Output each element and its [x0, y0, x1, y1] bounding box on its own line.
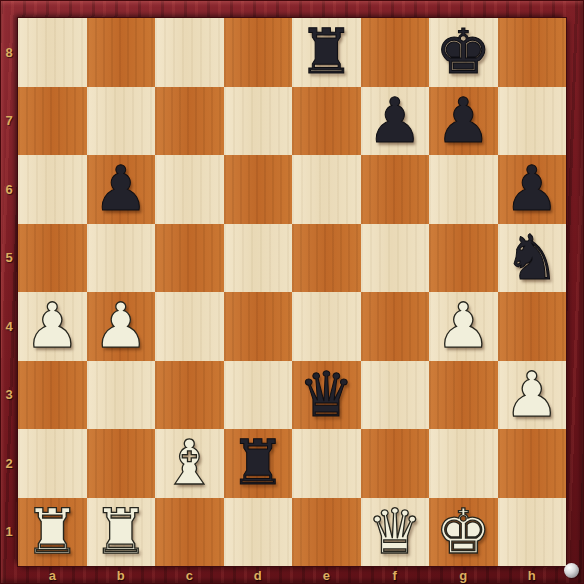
- square-f3[interactable]: [361, 361, 430, 430]
- square-e1[interactable]: [292, 498, 361, 567]
- rank-label-4: 4: [0, 292, 18, 361]
- piece-white-king[interactable]: ♚: [435, 498, 491, 566]
- file-label-c: c: [155, 566, 224, 584]
- square-c6[interactable]: [155, 155, 224, 224]
- piece-black-pawn[interactable]: ♟: [504, 155, 560, 223]
- square-f8[interactable]: [361, 18, 430, 87]
- square-h1[interactable]: [498, 498, 567, 567]
- piece-black-knight[interactable]: ♞: [504, 224, 560, 292]
- piece-black-queen[interactable]: ♛: [298, 361, 354, 429]
- file-label-g: g: [429, 566, 498, 584]
- square-a4[interactable]: ♟: [18, 292, 87, 361]
- square-d8[interactable]: [224, 18, 293, 87]
- square-d1[interactable]: [224, 498, 293, 567]
- square-e5[interactable]: [292, 224, 361, 293]
- rank-label-1: 1: [0, 498, 18, 567]
- rank-label-5: 5: [0, 224, 18, 293]
- square-f5[interactable]: [361, 224, 430, 293]
- square-f2[interactable]: [361, 429, 430, 498]
- square-c3[interactable]: [155, 361, 224, 430]
- piece-black-pawn[interactable]: ♟: [93, 155, 149, 223]
- square-c8[interactable]: [155, 18, 224, 87]
- piece-black-pawn[interactable]: ♟: [367, 87, 423, 155]
- square-g6[interactable]: [429, 155, 498, 224]
- square-h2[interactable]: [498, 429, 567, 498]
- file-label-d: d: [224, 566, 293, 584]
- square-g4[interactable]: ♟: [429, 292, 498, 361]
- square-e2[interactable]: [292, 429, 361, 498]
- square-b1[interactable]: ♜: [87, 498, 156, 567]
- file-label-h: h: [498, 566, 567, 584]
- square-g3[interactable]: [429, 361, 498, 430]
- file-label-a: a: [18, 566, 87, 584]
- square-a2[interactable]: [18, 429, 87, 498]
- square-d7[interactable]: [224, 87, 293, 156]
- rank-label-6: 6: [0, 155, 18, 224]
- square-e3[interactable]: ♛: [292, 361, 361, 430]
- piece-black-king[interactable]: ♚: [435, 18, 491, 86]
- piece-white-pawn[interactable]: ♟: [24, 292, 80, 360]
- square-d2[interactable]: ♜: [224, 429, 293, 498]
- rank-label-2: 2: [0, 429, 18, 498]
- square-g2[interactable]: [429, 429, 498, 498]
- square-c2[interactable]: ♝: [155, 429, 224, 498]
- piece-black-rook[interactable]: ♜: [230, 429, 286, 497]
- square-b4[interactable]: ♟: [87, 292, 156, 361]
- piece-white-pawn[interactable]: ♟: [93, 292, 149, 360]
- piece-black-pawn[interactable]: ♟: [435, 87, 491, 155]
- square-b7[interactable]: [87, 87, 156, 156]
- piece-white-rook[interactable]: ♜: [24, 498, 80, 566]
- piece-white-queen[interactable]: ♛: [367, 498, 423, 566]
- square-b6[interactable]: ♟: [87, 155, 156, 224]
- square-g7[interactable]: ♟: [429, 87, 498, 156]
- rank-label-8: 8: [0, 18, 18, 87]
- file-label-b: b: [87, 566, 156, 584]
- white-to-move-indicator: [564, 563, 579, 578]
- square-f1[interactable]: ♛: [361, 498, 430, 567]
- square-e6[interactable]: [292, 155, 361, 224]
- file-label-e: e: [292, 566, 361, 584]
- file-label-f: f: [361, 566, 430, 584]
- piece-white-rook[interactable]: ♜: [93, 498, 149, 566]
- square-h5[interactable]: ♞: [498, 224, 567, 293]
- square-d5[interactable]: [224, 224, 293, 293]
- square-b5[interactable]: [87, 224, 156, 293]
- square-b3[interactable]: [87, 361, 156, 430]
- square-c7[interactable]: [155, 87, 224, 156]
- square-h4[interactable]: [498, 292, 567, 361]
- square-g1[interactable]: ♚: [429, 498, 498, 567]
- chess-board: ♜♚♟♟♟♟♞♟♟♟♛♟♝♜♜♜♛♚: [18, 18, 566, 566]
- square-a3[interactable]: [18, 361, 87, 430]
- square-h3[interactable]: ♟: [498, 361, 567, 430]
- square-c5[interactable]: [155, 224, 224, 293]
- square-a6[interactable]: [18, 155, 87, 224]
- square-d6[interactable]: [224, 155, 293, 224]
- rank-label-7: 7: [0, 87, 18, 156]
- square-c4[interactable]: [155, 292, 224, 361]
- square-g8[interactable]: ♚: [429, 18, 498, 87]
- square-d3[interactable]: [224, 361, 293, 430]
- square-f4[interactable]: [361, 292, 430, 361]
- square-h7[interactable]: [498, 87, 567, 156]
- chess-board-frame: ♜♚♟♟♟♟♞♟♟♟♛♟♝♜♜♜♛♚ 87654321 abcdefgh: [0, 0, 584, 584]
- square-b8[interactable]: [87, 18, 156, 87]
- square-e8[interactable]: ♜: [292, 18, 361, 87]
- square-a7[interactable]: [18, 87, 87, 156]
- square-b2[interactable]: [87, 429, 156, 498]
- piece-white-bishop[interactable]: ♝: [161, 429, 217, 497]
- square-a1[interactable]: ♜: [18, 498, 87, 567]
- piece-black-rook[interactable]: ♜: [298, 18, 354, 86]
- square-h6[interactable]: ♟: [498, 155, 567, 224]
- square-d4[interactable]: [224, 292, 293, 361]
- square-e4[interactable]: [292, 292, 361, 361]
- square-f6[interactable]: [361, 155, 430, 224]
- piece-white-pawn[interactable]: ♟: [435, 292, 491, 360]
- square-a5[interactable]: [18, 224, 87, 293]
- square-g5[interactable]: [429, 224, 498, 293]
- piece-white-pawn[interactable]: ♟: [504, 361, 560, 429]
- square-h8[interactable]: [498, 18, 567, 87]
- rank-label-3: 3: [0, 361, 18, 430]
- square-e7[interactable]: [292, 87, 361, 156]
- square-a8[interactable]: [18, 18, 87, 87]
- square-f7[interactable]: ♟: [361, 87, 430, 156]
- square-c1[interactable]: [155, 498, 224, 567]
